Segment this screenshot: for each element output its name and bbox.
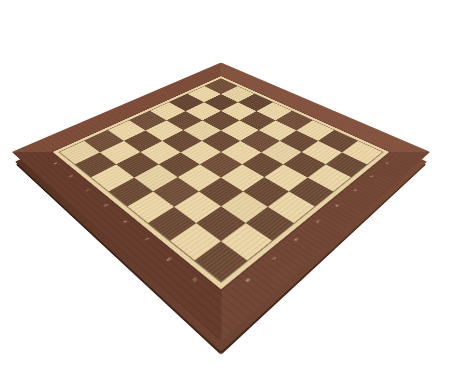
board-top-surface: abcdefgh12345678 [12, 63, 431, 342]
product-photo: abcdefgh12345678 [0, 0, 474, 379]
chess-board: abcdefgh12345678 [12, 63, 431, 342]
